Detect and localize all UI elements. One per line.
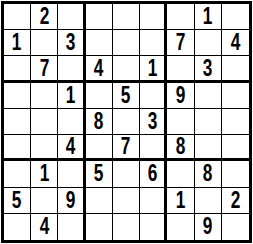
given-digit: 4 [94,56,104,80]
given-digit: 3 [147,109,157,134]
cell-r1c9[interactable] [222,4,249,30]
cell-r3c5[interactable] [113,56,140,82]
given-digit: 1 [203,4,213,29]
cell-r7c7[interactable] [167,161,194,187]
cell-r1c4[interactable] [86,4,113,30]
given-digit: 2 [231,188,241,213]
cell-r2c9[interactable]: 4 [222,30,249,56]
given-digit: 1 [40,161,50,186]
cell-r6c1[interactable] [4,135,31,161]
cell-r1c2[interactable]: 2 [31,4,58,30]
cell-r4c4[interactable] [86,83,113,109]
cell-r8c6[interactable] [140,188,167,214]
given-digit: 5 [121,83,131,108]
given-digit: 5 [12,188,22,213]
cell-r5c8[interactable] [195,109,222,135]
cell-r4c7[interactable]: 9 [167,83,194,109]
cell-r2c3[interactable]: 3 [58,30,85,56]
given-digit: 6 [147,161,157,186]
cell-r9c5[interactable] [113,214,140,240]
cell-r4c8[interactable] [195,83,222,109]
cell-r9c2[interactable]: 4 [31,214,58,240]
cell-r3c6[interactable]: 1 [140,56,167,82]
cell-r7c8[interactable]: 8 [195,161,222,187]
cell-r5c7[interactable] [167,109,194,135]
cell-r2c5[interactable] [113,30,140,56]
cell-r8c4[interactable] [86,188,113,214]
cell-r7c9[interactable] [222,161,249,187]
cell-r3c2[interactable]: 7 [31,56,58,82]
given-digit: 8 [94,109,104,134]
cell-r7c1[interactable] [4,161,31,187]
cell-r7c2[interactable]: 1 [31,161,58,187]
given-digit: 8 [176,135,186,159]
given-digit: 1 [66,83,76,108]
cell-r8c1[interactable]: 5 [4,188,31,214]
given-digit: 9 [176,83,186,108]
cell-r1c8[interactable]: 1 [195,4,222,30]
given-digit: 4 [66,135,76,159]
cell-r6c9[interactable] [222,135,249,161]
cell-r8c2[interactable] [31,188,58,214]
cell-r4c9[interactable] [222,83,249,109]
cell-r7c6[interactable]: 6 [140,161,167,187]
given-digit: 4 [40,214,50,239]
cell-r3c7[interactable] [167,56,194,82]
cell-r9c6[interactable] [140,214,167,240]
given-digit: 1 [12,30,22,55]
sudoku-board: 2113747413159834781568591249 [1,1,252,243]
cell-r3c9[interactable] [222,56,249,82]
given-digit: 1 [176,188,186,213]
cell-r2c2[interactable] [31,30,58,56]
cell-r2c1[interactable]: 1 [4,30,31,56]
given-digit: 5 [94,161,104,186]
cell-r5c4[interactable]: 8 [86,109,113,135]
cell-r9c9[interactable] [222,214,249,240]
given-digit: 3 [203,56,213,80]
cell-r2c6[interactable] [140,30,167,56]
cell-r5c3[interactable] [58,109,85,135]
cell-r1c6[interactable] [140,4,167,30]
given-digit: 2 [40,4,50,29]
cell-r4c6[interactable] [140,83,167,109]
cell-r6c8[interactable] [195,135,222,161]
given-digit: 7 [121,135,131,159]
cell-r3c1[interactable] [4,56,31,82]
cell-r9c4[interactable] [86,214,113,240]
cell-r5c5[interactable] [113,109,140,135]
given-digit: 4 [231,30,241,55]
cell-r2c8[interactable] [195,30,222,56]
cell-r6c6[interactable] [140,135,167,161]
given-digit: 3 [66,30,76,55]
cell-r9c7[interactable] [167,214,194,240]
given-digit: 9 [203,214,213,239]
cell-r3c3[interactable] [58,56,85,82]
cell-r4c1[interactable] [4,83,31,109]
cell-r3c8[interactable]: 3 [195,56,222,82]
cell-r5c2[interactable] [31,109,58,135]
cell-r4c2[interactable] [31,83,58,109]
cell-r6c5[interactable]: 7 [113,135,140,161]
cell-r8c3[interactable]: 9 [58,188,85,214]
given-digit: 8 [203,161,213,186]
cell-r7c4[interactable]: 5 [86,161,113,187]
cell-r2c4[interactable] [86,30,113,56]
cell-r9c3[interactable] [58,214,85,240]
cell-r6c4[interactable] [86,135,113,161]
cell-r8c5[interactable] [113,188,140,214]
cell-r5c1[interactable] [4,109,31,135]
given-digit: 7 [176,30,186,55]
given-digit: 1 [147,56,157,80]
sudoku-page: 2113747413159834781568591249 [0,0,253,244]
cell-r8c9[interactable]: 2 [222,188,249,214]
cell-r6c7[interactable]: 8 [167,135,194,161]
cell-r4c3[interactable]: 1 [58,83,85,109]
cell-r9c1[interactable] [4,214,31,240]
cell-r8c8[interactable] [195,188,222,214]
given-digit: 9 [66,188,76,213]
cell-r6c2[interactable] [31,135,58,161]
cell-r1c3[interactable] [58,4,85,30]
cell-r7c5[interactable] [113,161,140,187]
cell-r1c5[interactable] [113,4,140,30]
given-digit: 7 [40,56,50,80]
cell-r5c6[interactable]: 3 [140,109,167,135]
cell-r2c7[interactable]: 7 [167,30,194,56]
cell-r1c7[interactable] [167,4,194,30]
cell-r4c5[interactable]: 5 [113,83,140,109]
cell-r7c3[interactable] [58,161,85,187]
cell-r3c4[interactable]: 4 [86,56,113,82]
cell-r9c8[interactable]: 9 [195,214,222,240]
cell-r5c9[interactable] [222,109,249,135]
cell-r1c1[interactable] [4,4,31,30]
cell-r6c3[interactable]: 4 [58,135,85,161]
cell-r8c7[interactable]: 1 [167,188,194,214]
